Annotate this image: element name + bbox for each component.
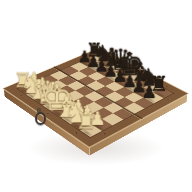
clasp-ring-icon [35, 112, 46, 125]
frame-screw-icon [20, 95, 23, 97]
frame-screw-icon [75, 132, 78, 134]
chess-set-photo: ♜♞♝♛♚♝♞♜♟♟♟♟♟♟♟♟♟♟♟♟♟♟♟♟♜♞♝♛♚♝♞♜ [0, 0, 192, 192]
piece-shadow [77, 127, 96, 139]
frame-screw-icon [104, 133, 107, 135]
frame-screw-icon [46, 113, 49, 115]
piece-white-rook: ♜ [7, 71, 37, 91]
metal-clasp [33, 108, 44, 124]
square-c1: ♝ [34, 95, 54, 106]
frame-screw-icon [166, 99, 169, 101]
frame-screw-icon [109, 56, 112, 57]
frame-screw-icon [136, 70, 139, 71]
piece-shadow [15, 86, 31, 96]
piece-shadow [112, 79, 129, 88]
frame-screw-icon [165, 85, 168, 86]
